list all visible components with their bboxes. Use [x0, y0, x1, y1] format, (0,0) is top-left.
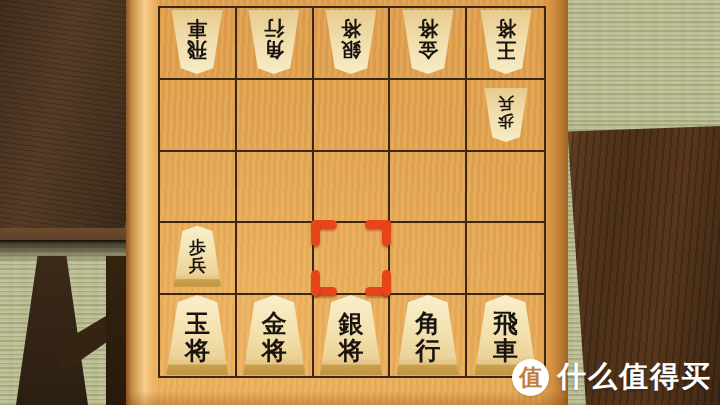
- shogi-piece-gote-rook[interactable]: 飛車: [170, 10, 224, 74]
- cursor-corner-tr: [365, 220, 391, 246]
- piece-kanji: 玉: [185, 310, 210, 337]
- board-cell-r2c3[interactable]: [314, 80, 391, 152]
- piece-kanji: 兵: [189, 257, 206, 275]
- board-cell-r3c5[interactable]: [467, 152, 544, 224]
- board-cell-r5c1[interactable]: 玉将: [160, 295, 237, 376]
- piece-kanji: 王: [496, 39, 516, 61]
- shogi-piece-sente-bishop[interactable]: 角行: [395, 295, 461, 375]
- smzdm-badge-character: 值: [519, 362, 542, 393]
- shogi-piece-gote-pawn[interactable]: 歩兵: [483, 88, 529, 142]
- piece-kanji: 歩: [498, 112, 514, 129]
- board-cell-r3c4[interactable]: [390, 152, 467, 224]
- piece-kanji: 行: [264, 17, 284, 39]
- board-cell-r2c4[interactable]: [390, 80, 467, 152]
- piece-kanji: 飛: [187, 39, 207, 61]
- watermark: 值 什么值得买: [512, 357, 712, 397]
- piece-kanji: 金: [262, 310, 287, 337]
- piece-kanji: 将: [262, 337, 287, 364]
- piece-kanji: 飛: [493, 310, 518, 337]
- piece-kanji: 将: [496, 17, 516, 39]
- watermark-text: 什么值得买: [557, 357, 712, 397]
- piece-kanji: 銀: [338, 310, 363, 337]
- shogi-piece-gote-silver[interactable]: 銀将: [324, 10, 378, 74]
- piece-kanji: 車: [187, 17, 207, 39]
- piece-kanji: 行: [415, 337, 440, 364]
- board-cell-r4c1[interactable]: 歩兵: [160, 223, 237, 295]
- shogi-game-scene: 飛車角行銀将金将王将歩兵歩兵玉将金将銀将角行飛車 值 什么值得买: [0, 0, 720, 405]
- smzdm-badge-icon: 值: [512, 359, 549, 396]
- piece-kanji: 将: [418, 17, 438, 39]
- board-cell-r4c4[interactable]: [390, 223, 467, 295]
- board-cell-r1c3[interactable]: 銀将: [314, 8, 391, 80]
- piece-kanji: 銀: [341, 39, 361, 61]
- shogi-piece-gote-king[interactable]: 王将: [479, 10, 533, 74]
- board-grid: 飛車角行銀将金将王将歩兵歩兵玉将金将銀将角行飛車: [158, 6, 546, 378]
- cursor-corner-br: [365, 270, 391, 296]
- board-cell-r2c1[interactable]: [160, 80, 237, 152]
- left-side-table-top: [0, 0, 136, 238]
- board-cell-r4c3[interactable]: [314, 223, 391, 295]
- shogi-piece-sente-king[interactable]: 玉将: [164, 295, 230, 375]
- shogi-piece-sente-pawn[interactable]: 歩兵: [172, 226, 222, 287]
- board-cell-r1c4[interactable]: 金将: [390, 8, 467, 80]
- shogi-piece-gote-bishop[interactable]: 角行: [247, 10, 301, 74]
- piece-kanji: 兵: [498, 95, 514, 112]
- board-cell-r1c2[interactable]: 角行: [237, 8, 314, 80]
- piece-kanji: 将: [338, 337, 363, 364]
- board-left-edge: [126, 0, 160, 405]
- shogi-piece-sente-silver[interactable]: 銀将: [318, 295, 384, 375]
- board-cell-r2c5[interactable]: 歩兵: [467, 80, 544, 152]
- board-cell-r5c3[interactable]: 銀将: [314, 295, 391, 376]
- board-bottom-shade: [126, 391, 568, 405]
- board-cell-r3c3[interactable]: [314, 152, 391, 224]
- piece-kanji: 金: [418, 39, 438, 61]
- board-cell-r4c2[interactable]: [237, 223, 314, 295]
- board-cell-r3c2[interactable]: [237, 152, 314, 224]
- piece-kanji: 将: [185, 337, 210, 364]
- board-cell-r2c2[interactable]: [237, 80, 314, 152]
- shogi-piece-sente-gold[interactable]: 金将: [241, 295, 307, 375]
- board-cell-r1c5[interactable]: 王将: [467, 8, 544, 80]
- piece-kanji: 将: [341, 17, 361, 39]
- cursor-corner-bl: [311, 270, 337, 296]
- board-cell-r1c1[interactable]: 飛車: [160, 8, 237, 80]
- piece-kanji: 歩: [189, 239, 206, 257]
- shogi-board: 飛車角行銀将金将王将歩兵歩兵玉将金将銀将角行飛車: [126, 0, 568, 405]
- selection-cursor: [311, 220, 392, 296]
- board-cell-r5c2[interactable]: 金将: [237, 295, 314, 376]
- board-cell-r5c4[interactable]: 角行: [390, 295, 467, 376]
- shogi-piece-gote-gold[interactable]: 金将: [401, 10, 455, 74]
- piece-kanji: 角: [264, 39, 284, 61]
- board-cell-r3c1[interactable]: [160, 152, 237, 224]
- cursor-corner-tl: [311, 220, 337, 246]
- board-cell-r4c5[interactable]: [467, 223, 544, 295]
- piece-kanji: 角: [415, 310, 440, 337]
